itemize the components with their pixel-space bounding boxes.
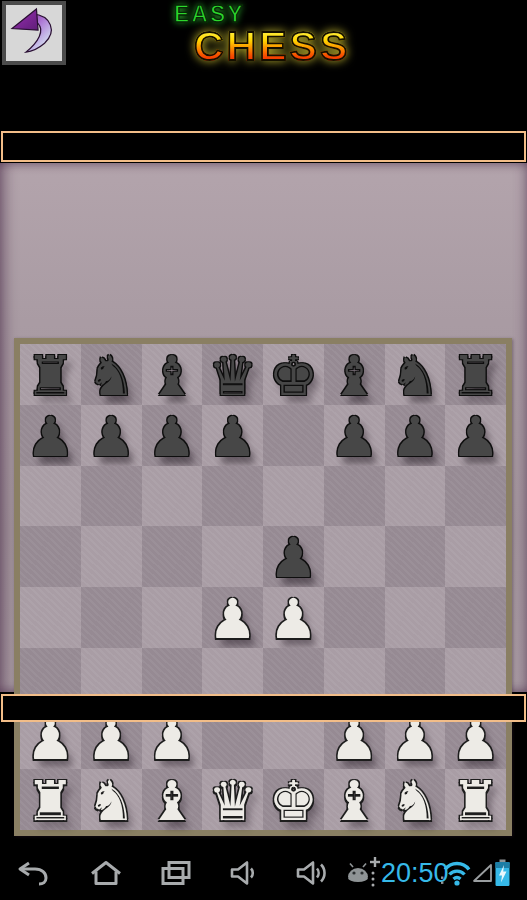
square-h1[interactable]: ♜ — [445, 769, 506, 830]
clock: 20:50 — [381, 858, 439, 889]
black-bishop: ♝ — [147, 347, 196, 405]
square-d1[interactable]: ♛ — [202, 769, 263, 830]
square-c1[interactable]: ♝ — [142, 769, 203, 830]
square-c5[interactable] — [142, 526, 203, 587]
plus-notification-icon — [369, 856, 381, 894]
square-d6[interactable] — [202, 466, 263, 527]
square-e5[interactable]: ♟ — [263, 526, 324, 587]
black-pawn: ♟ — [147, 408, 196, 466]
square-a4[interactable] — [20, 587, 81, 648]
white-king: ♚ — [269, 772, 318, 830]
white-rook: ♜ — [26, 772, 75, 830]
battery-charging-icon — [494, 859, 511, 891]
square-h4[interactable] — [445, 587, 506, 648]
recents-button[interactable] — [160, 860, 192, 891]
black-pawn: ♟ — [451, 408, 500, 466]
volume-up-button[interactable] — [296, 860, 332, 891]
black-knight: ♞ — [86, 347, 135, 405]
undo-arrow-icon — [8, 5, 60, 61]
board-grid: ♜♞♝♛♚♝♞♜♟♟♟♟♟♟♟♟♟♟♟♟♟♟♟♟♜♞♝♛♚♝♞♜ — [20, 344, 506, 830]
square-f8[interactable]: ♝ — [324, 344, 385, 405]
square-g8[interactable]: ♞ — [385, 344, 446, 405]
square-g1[interactable]: ♞ — [385, 769, 446, 830]
square-d4[interactable]: ♟ — [202, 587, 263, 648]
home-button[interactable] — [88, 860, 124, 891]
white-knight: ♞ — [390, 772, 439, 830]
square-f6[interactable] — [324, 466, 385, 527]
undo-button[interactable] — [2, 1, 66, 65]
square-a1[interactable]: ♜ — [20, 769, 81, 830]
square-b8[interactable]: ♞ — [81, 344, 142, 405]
white-queen: ♛ — [208, 772, 257, 830]
black-rook: ♜ — [26, 347, 75, 405]
white-knight: ♞ — [86, 772, 135, 830]
square-c8[interactable]: ♝ — [142, 344, 203, 405]
square-f4[interactable] — [324, 587, 385, 648]
black-king: ♚ — [269, 347, 318, 405]
square-g6[interactable] — [385, 466, 446, 527]
square-a5[interactable] — [20, 526, 81, 587]
square-c6[interactable] — [142, 466, 203, 527]
signal-triangle-icon — [472, 863, 493, 887]
square-f5[interactable] — [324, 526, 385, 587]
white-pawn: ♟ — [208, 590, 257, 648]
square-b7[interactable]: ♟ — [81, 405, 142, 466]
square-h7[interactable]: ♟ — [445, 405, 506, 466]
bottom-message-bar — [1, 694, 526, 722]
square-c4[interactable] — [142, 587, 203, 648]
android-debug-icon — [345, 862, 371, 888]
square-g4[interactable] — [385, 587, 446, 648]
square-g7[interactable]: ♟ — [385, 405, 446, 466]
square-g5[interactable] — [385, 526, 446, 587]
square-h8[interactable]: ♜ — [445, 344, 506, 405]
black-pawn: ♟ — [269, 529, 318, 587]
black-pawn: ♟ — [208, 408, 257, 466]
square-f1[interactable]: ♝ — [324, 769, 385, 830]
black-pawn: ♟ — [329, 408, 378, 466]
square-e4[interactable]: ♟ — [263, 587, 324, 648]
square-h5[interactable] — [445, 526, 506, 587]
square-e7[interactable] — [263, 405, 324, 466]
white-bishop: ♝ — [147, 772, 196, 830]
app-title: EASY CHESS — [172, 1, 392, 64]
back-button[interactable] — [16, 860, 48, 890]
android-navigation-bar: 20:50 — [0, 850, 527, 900]
square-d7[interactable]: ♟ — [202, 405, 263, 466]
square-b1[interactable]: ♞ — [81, 769, 142, 830]
black-knight: ♞ — [390, 347, 439, 405]
volume-down-button[interactable] — [230, 861, 260, 890]
app-title-chess: CHESS — [194, 28, 392, 64]
board-frame: ♜♞♝♛♚♝♞♜♟♟♟♟♟♟♟♟♟♟♟♟♟♟♟♟♜♞♝♛♚♝♞♜ — [14, 338, 512, 836]
wifi-icon — [441, 860, 471, 891]
square-c7[interactable]: ♟ — [142, 405, 203, 466]
square-e8[interactable]: ♚ — [263, 344, 324, 405]
square-d8[interactable]: ♛ — [202, 344, 263, 405]
black-rook: ♜ — [451, 347, 500, 405]
board-background: ♜♞♝♛♚♝♞♜♟♟♟♟♟♟♟♟♟♟♟♟♟♟♟♟♜♞♝♛♚♝♞♜ — [0, 163, 527, 692]
white-bishop: ♝ — [329, 772, 378, 830]
square-h6[interactable] — [445, 466, 506, 527]
white-rook: ♜ — [451, 772, 500, 830]
black-queen: ♛ — [208, 347, 257, 405]
black-bishop: ♝ — [329, 347, 378, 405]
square-e1[interactable]: ♚ — [263, 769, 324, 830]
square-a8[interactable]: ♜ — [20, 344, 81, 405]
top-message-bar — [1, 131, 526, 162]
square-b6[interactable] — [81, 466, 142, 527]
black-pawn: ♟ — [390, 408, 439, 466]
black-pawn: ♟ — [86, 408, 135, 466]
square-e6[interactable] — [263, 466, 324, 527]
square-b5[interactable] — [81, 526, 142, 587]
black-pawn: ♟ — [26, 408, 75, 466]
square-f7[interactable]: ♟ — [324, 405, 385, 466]
white-pawn: ♟ — [269, 590, 318, 648]
square-a7[interactable]: ♟ — [20, 405, 81, 466]
square-a6[interactable] — [20, 466, 81, 527]
square-b4[interactable] — [81, 587, 142, 648]
square-d5[interactable] — [202, 526, 263, 587]
